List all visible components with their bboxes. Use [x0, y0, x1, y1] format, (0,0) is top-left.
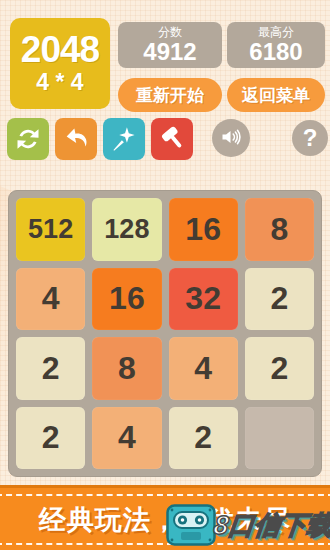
- score-value: 4912: [143, 39, 196, 65]
- refresh-button[interactable]: [7, 118, 49, 160]
- hammer-button[interactable]: [151, 118, 193, 160]
- board-grid[interactable]: 5121281684163222842242: [8, 190, 322, 477]
- tile-2: 2: [245, 337, 314, 400]
- tile-32: 32: [169, 268, 238, 331]
- tile-4: 4: [92, 407, 161, 470]
- undo-icon: [62, 125, 90, 153]
- back-to-menu-button[interactable]: 返回菜单: [227, 78, 325, 112]
- tile-512: 512: [16, 198, 85, 261]
- tile-8: 8: [245, 198, 314, 261]
- restart-button[interactable]: 重新开始: [118, 78, 222, 112]
- refresh-icon: [14, 125, 42, 153]
- watermark-text: 8口信下载: [212, 508, 330, 543]
- tile-8: 8: [92, 337, 161, 400]
- best-score-box: 最高分 6180: [227, 22, 325, 68]
- sound-toggle-button[interactable]: [212, 119, 250, 157]
- game-logo: 2048 4 * 4: [10, 18, 110, 109]
- tile-4: 4: [16, 268, 85, 331]
- score-label: 分数: [158, 25, 182, 39]
- logo-grid-size: 4 * 4: [36, 69, 83, 96]
- tile-4: 4: [169, 337, 238, 400]
- cassette-icon: [166, 504, 216, 546]
- tile-16: 16: [92, 268, 161, 331]
- tile-2: 2: [16, 337, 85, 400]
- tile-128: 128: [92, 198, 161, 261]
- best-score-label: 最高分: [258, 25, 294, 39]
- tile-2: 2: [16, 407, 85, 470]
- hammer-icon: [158, 125, 186, 153]
- help-button[interactable]: ?: [292, 120, 328, 156]
- speaker-icon: [219, 125, 243, 152]
- tile-2: 2: [169, 407, 238, 470]
- magic-wand-button[interactable]: [103, 118, 145, 160]
- tile-16: 16: [169, 198, 238, 261]
- tile-2: 2: [245, 268, 314, 331]
- undo-button[interactable]: [55, 118, 97, 160]
- empty-cell: [245, 407, 314, 470]
- site-watermark: 8口信下载: [166, 500, 330, 548]
- score-box: 分数 4912: [118, 22, 222, 68]
- help-icon: ?: [303, 124, 318, 152]
- logo-title: 2048: [21, 31, 99, 70]
- magic-wand-icon: [110, 125, 138, 153]
- best-score-value: 6180: [249, 39, 302, 65]
